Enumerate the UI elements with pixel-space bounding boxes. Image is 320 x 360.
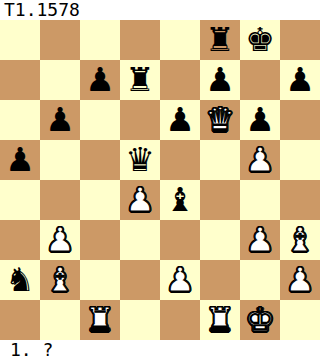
square-a5[interactable]: ♟	[0, 140, 40, 180]
white-queen: ♛	[205, 100, 235, 140]
chess-board: ♜♚♟♜♟♟♟♟♛♟♟♛♟♟♝♟♟♝♞♝♟♟♜♜♚	[0, 20, 320, 340]
square-g1[interactable]: ♚	[240, 300, 280, 340]
square-g4[interactable]	[240, 180, 280, 220]
square-c6[interactable]	[80, 100, 120, 140]
move-prompt: 1. ?	[10, 340, 53, 360]
square-c7[interactable]: ♟	[80, 60, 120, 100]
chess-puzzle-page: T1.1578 ♜♚♟♜♟♟♟♟♛♟♟♛♟♟♝♟♟♝♞♝♟♟♜♜♚ 1. ?	[0, 0, 320, 360]
square-d7[interactable]: ♜	[120, 60, 160, 100]
square-d8[interactable]	[120, 20, 160, 60]
square-h3[interactable]: ♝	[280, 220, 320, 260]
square-d2[interactable]	[120, 260, 160, 300]
square-e3[interactable]	[160, 220, 200, 260]
square-f5[interactable]	[200, 140, 240, 180]
square-a6[interactable]	[0, 100, 40, 140]
square-b1[interactable]	[40, 300, 80, 340]
square-c5[interactable]	[80, 140, 120, 180]
square-c1[interactable]: ♜	[80, 300, 120, 340]
black-pawn: ♟	[45, 100, 75, 140]
square-g8[interactable]: ♚	[240, 20, 280, 60]
white-pawn: ♟	[285, 260, 315, 300]
black-pawn: ♟	[85, 60, 115, 100]
square-h7[interactable]: ♟	[280, 60, 320, 100]
square-b2[interactable]: ♝	[40, 260, 80, 300]
square-h6[interactable]	[280, 100, 320, 140]
black-pawn: ♟	[205, 60, 235, 100]
square-c2[interactable]	[80, 260, 120, 300]
square-b7[interactable]	[40, 60, 80, 100]
square-a7[interactable]	[0, 60, 40, 100]
white-pawn: ♟	[245, 220, 275, 260]
square-g6[interactable]: ♟	[240, 100, 280, 140]
black-king: ♚	[245, 20, 275, 60]
white-bishop: ♝	[285, 220, 315, 260]
square-a1[interactable]	[0, 300, 40, 340]
square-e7[interactable]	[160, 60, 200, 100]
square-h8[interactable]	[280, 20, 320, 60]
square-e5[interactable]	[160, 140, 200, 180]
square-h2[interactable]: ♟	[280, 260, 320, 300]
square-h4[interactable]	[280, 180, 320, 220]
square-d6[interactable]	[120, 100, 160, 140]
white-rook: ♜	[85, 300, 115, 340]
square-c3[interactable]	[80, 220, 120, 260]
white-pawn: ♟	[45, 220, 75, 260]
square-d5[interactable]: ♛	[120, 140, 160, 180]
white-rook: ♜	[205, 300, 235, 340]
square-g7[interactable]	[240, 60, 280, 100]
square-c8[interactable]	[80, 20, 120, 60]
square-e8[interactable]	[160, 20, 200, 60]
square-f2[interactable]	[200, 260, 240, 300]
white-pawn: ♟	[125, 180, 155, 220]
square-e1[interactable]	[160, 300, 200, 340]
black-pawn: ♟	[5, 140, 35, 180]
square-e2[interactable]: ♟	[160, 260, 200, 300]
puzzle-title: T1.1578	[4, 0, 80, 20]
square-g5[interactable]: ♟	[240, 140, 280, 180]
square-b6[interactable]: ♟	[40, 100, 80, 140]
square-f8[interactable]: ♜	[200, 20, 240, 60]
square-f4[interactable]	[200, 180, 240, 220]
black-rook: ♜	[125, 60, 155, 100]
square-b8[interactable]	[40, 20, 80, 60]
square-f3[interactable]	[200, 220, 240, 260]
square-c4[interactable]	[80, 180, 120, 220]
white-pawn: ♟	[245, 140, 275, 180]
square-b4[interactable]	[40, 180, 80, 220]
black-pawn: ♟	[245, 100, 275, 140]
square-e4[interactable]: ♝	[160, 180, 200, 220]
black-rook: ♜	[205, 20, 235, 60]
square-a3[interactable]	[0, 220, 40, 260]
square-g2[interactable]	[240, 260, 280, 300]
square-a2[interactable]: ♞	[0, 260, 40, 300]
square-b3[interactable]: ♟	[40, 220, 80, 260]
square-b5[interactable]	[40, 140, 80, 180]
square-g3[interactable]: ♟	[240, 220, 280, 260]
square-d1[interactable]	[120, 300, 160, 340]
black-pawn: ♟	[165, 100, 195, 140]
black-pawn: ♟	[285, 60, 315, 100]
square-a8[interactable]	[0, 20, 40, 60]
white-king: ♚	[245, 300, 275, 340]
square-d4[interactable]: ♟	[120, 180, 160, 220]
square-h5[interactable]	[280, 140, 320, 180]
white-bishop: ♝	[45, 260, 75, 300]
square-d3[interactable]	[120, 220, 160, 260]
square-f6[interactable]: ♛	[200, 100, 240, 140]
square-h1[interactable]	[280, 300, 320, 340]
square-f7[interactable]: ♟	[200, 60, 240, 100]
black-knight: ♞	[5, 260, 35, 300]
black-queen: ♛	[125, 140, 155, 180]
black-bishop: ♝	[165, 180, 195, 220]
square-e6[interactable]: ♟	[160, 100, 200, 140]
square-f1[interactable]: ♜	[200, 300, 240, 340]
square-a4[interactable]	[0, 180, 40, 220]
white-pawn: ♟	[165, 260, 195, 300]
